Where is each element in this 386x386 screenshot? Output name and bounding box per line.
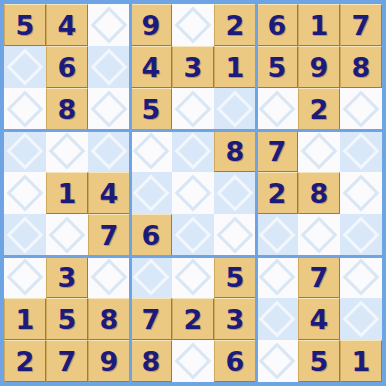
cell-r4c2[interactable] <box>46 130 88 172</box>
cell-r9c3: 9 <box>88 340 130 382</box>
diamond-pattern-icon <box>91 49 128 86</box>
cell-r1c7: 6 <box>256 4 298 46</box>
diamond-pattern-icon <box>259 91 296 128</box>
cell-r3c8: 2 <box>298 88 340 130</box>
diamond-pattern-icon <box>175 217 212 254</box>
cell-r8c4: 7 <box>130 298 172 340</box>
cell-r4c3[interactable] <box>88 130 130 172</box>
cell-r3c9[interactable] <box>340 88 382 130</box>
cell-r3c6[interactable] <box>214 88 256 130</box>
diamond-pattern-icon <box>259 259 296 296</box>
cell-r6c3: 7 <box>88 214 130 256</box>
cell-r6c2[interactable] <box>46 214 88 256</box>
diamond-pattern-icon <box>133 259 170 296</box>
cell-r7c1[interactable] <box>4 256 46 298</box>
cell-r1c9: 7 <box>340 4 382 46</box>
diamond-pattern-icon <box>217 175 254 212</box>
diamond-pattern-icon <box>175 7 212 44</box>
cell-r2c1[interactable] <box>4 46 46 88</box>
sudoku-board: 5492617643159885287142876357158723427986… <box>0 0 386 386</box>
cell-r1c5[interactable] <box>172 4 214 46</box>
cell-r7c7[interactable] <box>256 256 298 298</box>
cell-r2c6: 1 <box>214 46 256 88</box>
diamond-pattern-icon <box>343 259 380 296</box>
cell-r6c8[interactable] <box>298 214 340 256</box>
cell-r9c8: 5 <box>298 340 340 382</box>
diamond-pattern-icon <box>7 133 44 170</box>
cell-r7c2: 3 <box>46 256 88 298</box>
cell-r9c4: 8 <box>130 340 172 382</box>
cell-r9c6: 6 <box>214 340 256 382</box>
cell-r3c3[interactable] <box>88 88 130 130</box>
cell-r6c6[interactable] <box>214 214 256 256</box>
cell-r7c6: 5 <box>214 256 256 298</box>
cell-r1c2: 4 <box>46 4 88 46</box>
cell-r9c7[interactable] <box>256 340 298 382</box>
cell-r8c9[interactable] <box>340 298 382 340</box>
cell-r2c5: 3 <box>172 46 214 88</box>
diamond-pattern-icon <box>343 217 380 254</box>
cell-r6c5[interactable] <box>172 214 214 256</box>
diamond-pattern-icon <box>91 7 128 44</box>
cell-r6c7[interactable] <box>256 214 298 256</box>
cell-r8c6: 3 <box>214 298 256 340</box>
cell-r4c4[interactable] <box>130 130 172 172</box>
cell-r5c9[interactable] <box>340 172 382 214</box>
cell-r8c7[interactable] <box>256 298 298 340</box>
cell-r5c6[interactable] <box>214 172 256 214</box>
diamond-pattern-icon <box>343 175 380 212</box>
cell-r4c9[interactable] <box>340 130 382 172</box>
diamond-pattern-icon <box>217 217 254 254</box>
cell-r1c6: 2 <box>214 4 256 46</box>
diamond-pattern-icon <box>49 133 86 170</box>
diamond-pattern-icon <box>175 91 212 128</box>
cell-r5c4[interactable] <box>130 172 172 214</box>
cell-r4c7: 7 <box>256 130 298 172</box>
cell-r4c1[interactable] <box>4 130 46 172</box>
diamond-pattern-icon <box>7 91 44 128</box>
diamond-pattern-icon <box>7 217 44 254</box>
cell-r3c1[interactable] <box>4 88 46 130</box>
diamond-pattern-icon <box>259 301 296 338</box>
cell-r7c3[interactable] <box>88 256 130 298</box>
cell-r1c1: 5 <box>4 4 46 46</box>
diamond-pattern-icon <box>175 133 212 170</box>
cell-r6c9[interactable] <box>340 214 382 256</box>
diamond-pattern-icon <box>91 259 128 296</box>
diamond-pattern-icon <box>91 91 128 128</box>
cell-r5c2: 1 <box>46 172 88 214</box>
cell-r7c5[interactable] <box>172 256 214 298</box>
cell-r3c7[interactable] <box>256 88 298 130</box>
cell-r9c9: 1 <box>340 340 382 382</box>
diamond-pattern-icon <box>7 49 44 86</box>
cell-r5c1[interactable] <box>4 172 46 214</box>
diamond-pattern-icon <box>217 91 254 128</box>
cell-r1c3[interactable] <box>88 4 130 46</box>
cell-r5c7: 2 <box>256 172 298 214</box>
diamond-pattern-icon <box>301 133 338 170</box>
cell-r8c8: 4 <box>298 298 340 340</box>
cell-r8c3: 8 <box>88 298 130 340</box>
cell-r9c1: 2 <box>4 340 46 382</box>
cell-r3c4: 5 <box>130 88 172 130</box>
cell-r2c3[interactable] <box>88 46 130 88</box>
cell-r6c4: 6 <box>130 214 172 256</box>
diamond-pattern-icon <box>175 175 212 212</box>
cell-r7c9[interactable] <box>340 256 382 298</box>
diamond-pattern-icon <box>49 217 86 254</box>
cell-r2c2: 6 <box>46 46 88 88</box>
diamond-pattern-icon <box>133 133 170 170</box>
cell-r4c6: 8 <box>214 130 256 172</box>
cell-r3c5[interactable] <box>172 88 214 130</box>
cell-r4c8[interactable] <box>298 130 340 172</box>
cell-r2c4: 4 <box>130 46 172 88</box>
cell-r2c8: 9 <box>298 46 340 88</box>
diamond-pattern-icon <box>259 217 296 254</box>
cell-r8c1: 1 <box>4 298 46 340</box>
diamond-pattern-icon <box>343 133 380 170</box>
cell-r3c2: 8 <box>46 88 88 130</box>
cell-r5c3: 4 <box>88 172 130 214</box>
cell-r1c8: 1 <box>298 4 340 46</box>
diamond-pattern-icon <box>7 259 44 296</box>
cell-r8c5: 2 <box>172 298 214 340</box>
diamond-pattern-icon <box>259 343 296 380</box>
cell-r9c2: 7 <box>46 340 88 382</box>
diamond-pattern-icon <box>133 175 170 212</box>
diamond-pattern-icon <box>175 343 212 380</box>
diamond-pattern-icon <box>343 91 380 128</box>
cell-r7c4[interactable] <box>130 256 172 298</box>
cell-r9c5[interactable] <box>172 340 214 382</box>
cell-r4c5[interactable] <box>172 130 214 172</box>
diamond-pattern-icon <box>343 301 380 338</box>
cell-r2c9: 8 <box>340 46 382 88</box>
cell-r1c4: 9 <box>130 4 172 46</box>
cell-r8c2: 5 <box>46 298 88 340</box>
cell-r7c8: 7 <box>298 256 340 298</box>
diamond-pattern-icon <box>7 175 44 212</box>
diamond-pattern-icon <box>175 259 212 296</box>
diamond-pattern-icon <box>301 217 338 254</box>
cell-r5c8: 8 <box>298 172 340 214</box>
cell-r5c5[interactable] <box>172 172 214 214</box>
diamond-pattern-icon <box>91 133 128 170</box>
cell-r2c7: 5 <box>256 46 298 88</box>
cell-r6c1[interactable] <box>4 214 46 256</box>
